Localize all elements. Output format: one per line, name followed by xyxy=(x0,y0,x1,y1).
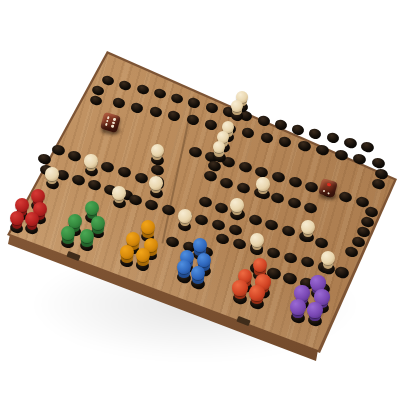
die-pip xyxy=(327,183,331,187)
orange-peg[interactable] xyxy=(232,280,247,295)
white-peg[interactable] xyxy=(230,198,244,212)
board-hole[interactable] xyxy=(308,127,323,140)
die-pip xyxy=(322,189,325,192)
board-hole[interactable] xyxy=(326,132,341,145)
white-peg[interactable] xyxy=(301,220,315,234)
die-pip xyxy=(111,121,114,124)
white-peg[interactable] xyxy=(45,167,58,180)
board-hole[interactable] xyxy=(343,136,358,149)
die-pip xyxy=(327,192,330,195)
purple-peg[interactable] xyxy=(294,285,309,300)
purple-peg[interactable] xyxy=(290,299,305,314)
white-peg[interactable] xyxy=(151,144,164,157)
die-pip xyxy=(112,117,115,120)
orange-peg[interactable] xyxy=(249,285,264,300)
game-photo xyxy=(0,0,400,400)
board-hole[interactable] xyxy=(371,157,386,170)
die-pip xyxy=(104,122,107,125)
white-peg[interactable] xyxy=(256,177,269,190)
purple-peg[interactable] xyxy=(307,302,322,317)
white-peg[interactable] xyxy=(112,186,125,199)
white-peg[interactable] xyxy=(250,233,264,247)
die-pip xyxy=(105,119,108,122)
board-hole[interactable] xyxy=(360,141,375,154)
white-peg[interactable] xyxy=(84,154,97,167)
white-peg[interactable] xyxy=(321,251,335,265)
die-pip xyxy=(110,124,113,127)
white-peg[interactable] xyxy=(178,209,192,223)
white-peg[interactable] xyxy=(149,176,162,189)
die-pip xyxy=(106,116,109,119)
purple-peg[interactable] xyxy=(310,275,325,290)
